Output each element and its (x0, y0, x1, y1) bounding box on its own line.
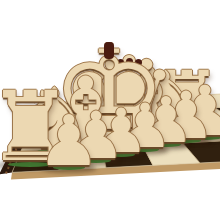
pawn-glyph: ♟ (31, 113, 108, 169)
chess-set-product-photo: ♜♞♝♚♛♝♞♜♟♟♟♟♟♟♟ (0, 0, 220, 220)
piece-white-pawn[interactable]: ♟ (31, 104, 108, 167)
